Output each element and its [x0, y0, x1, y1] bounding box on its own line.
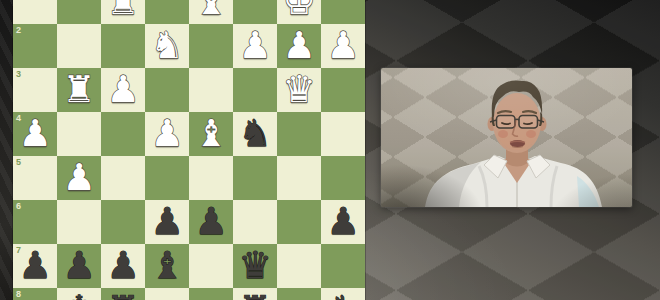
rank-label-7: 7: [16, 245, 21, 255]
rank-label-4: 4: [16, 113, 21, 123]
square-f3[interactable]: ♟: [101, 68, 145, 112]
square-c8[interactable]: ♜: [233, 288, 277, 300]
white-pawn[interactable]: ♟: [18, 112, 51, 156]
rank-label-6: 6: [16, 201, 21, 211]
square-c6[interactable]: [233, 200, 277, 244]
square-f2[interactable]: [101, 24, 145, 68]
square-e3[interactable]: [145, 68, 189, 112]
rank-label-5: 5: [16, 157, 21, 167]
square-f1[interactable]: ♜: [101, 0, 145, 24]
black-knight[interactable]: ♞: [238, 112, 271, 156]
white-bishop[interactable]: ♝: [194, 0, 227, 24]
square-b8[interactable]: [277, 288, 321, 300]
white-knight[interactable]: ♞: [150, 24, 183, 68]
square-b5[interactable]: [277, 156, 321, 200]
white-pawn[interactable]: ♟: [62, 156, 95, 200]
square-d8[interactable]: [189, 288, 233, 300]
square-g6[interactable]: [57, 200, 101, 244]
rank-label-2: 2: [16, 25, 21, 35]
square-a4[interactable]: [321, 112, 365, 156]
video-frame: 1♜♝♚2♞♟♟♟3♜♟♛4♟♟♝♞5♟6♟♟♟7♟♟♟♝♛8♚♜♜♞: [0, 0, 660, 300]
square-e4[interactable]: ♟: [145, 112, 189, 156]
white-pawn[interactable]: ♟: [106, 68, 139, 112]
black-queen[interactable]: ♛: [238, 244, 271, 288]
white-pawn[interactable]: ♟: [282, 24, 315, 68]
white-pawn[interactable]: ♟: [150, 112, 183, 156]
white-pawn[interactable]: ♟: [326, 24, 359, 68]
square-c2[interactable]: ♟: [233, 24, 277, 68]
square-a7[interactable]: [321, 244, 365, 288]
square-c5[interactable]: [233, 156, 277, 200]
white-rook[interactable]: ♜: [106, 0, 139, 24]
square-b1[interactable]: ♚: [277, 0, 321, 24]
square-f8[interactable]: ♜: [101, 288, 145, 300]
square-c1[interactable]: [233, 0, 277, 24]
square-a1[interactable]: [321, 0, 365, 24]
square-h4[interactable]: 4♟: [13, 112, 57, 156]
square-c7[interactable]: ♛: [233, 244, 277, 288]
square-g2[interactable]: [57, 24, 101, 68]
white-queen[interactable]: ♛: [282, 68, 315, 112]
square-h5[interactable]: 5: [13, 156, 57, 200]
square-a6[interactable]: ♟: [321, 200, 365, 244]
square-d5[interactable]: [189, 156, 233, 200]
square-f5[interactable]: [101, 156, 145, 200]
square-h7[interactable]: 7♟: [13, 244, 57, 288]
square-e1[interactable]: [145, 0, 189, 24]
rank-label-3: 3: [16, 69, 21, 79]
black-pawn[interactable]: ♟: [18, 244, 51, 288]
black-pawn[interactable]: ♟: [150, 200, 183, 244]
square-d4[interactable]: ♝: [189, 112, 233, 156]
square-d3[interactable]: [189, 68, 233, 112]
square-b7[interactable]: [277, 244, 321, 288]
square-a8[interactable]: ♞: [321, 288, 365, 300]
square-g5[interactable]: ♟: [57, 156, 101, 200]
square-a5[interactable]: [321, 156, 365, 200]
black-pawn[interactable]: ♟: [106, 244, 139, 288]
square-f4[interactable]: [101, 112, 145, 156]
black-pawn[interactable]: ♟: [62, 244, 95, 288]
square-e5[interactable]: [145, 156, 189, 200]
square-g4[interactable]: [57, 112, 101, 156]
square-e6[interactable]: ♟: [145, 200, 189, 244]
square-h8[interactable]: 8: [13, 288, 57, 300]
black-rook[interactable]: ♜: [238, 288, 271, 300]
white-pawn[interactable]: ♟: [238, 24, 271, 68]
square-f6[interactable]: [101, 200, 145, 244]
webcam-panel: [381, 68, 632, 207]
webcam-vignette: [381, 68, 632, 207]
square-a3[interactable]: [321, 68, 365, 112]
chess-board[interactable]: 1♜♝♚2♞♟♟♟3♜♟♛4♟♟♝♞5♟6♟♟♟7♟♟♟♝♛8♚♜♜♞: [13, 0, 365, 300]
square-a2[interactable]: ♟: [321, 24, 365, 68]
square-c3[interactable]: [233, 68, 277, 112]
rank-label-8: 8: [16, 289, 21, 299]
square-f7[interactable]: ♟: [101, 244, 145, 288]
black-bishop[interactable]: ♝: [150, 244, 183, 288]
black-pawn[interactable]: ♟: [194, 200, 227, 244]
black-pawn[interactable]: ♟: [326, 200, 359, 244]
square-b2[interactable]: ♟: [277, 24, 321, 68]
square-b6[interactable]: [277, 200, 321, 244]
square-d7[interactable]: [189, 244, 233, 288]
square-e2[interactable]: ♞: [145, 24, 189, 68]
square-c4[interactable]: ♞: [233, 112, 277, 156]
square-h2[interactable]: 2: [13, 24, 57, 68]
square-g7[interactable]: ♟: [57, 244, 101, 288]
square-b3[interactable]: ♛: [277, 68, 321, 112]
white-king[interactable]: ♚: [282, 0, 315, 24]
square-d6[interactable]: ♟: [189, 200, 233, 244]
square-e7[interactable]: ♝: [145, 244, 189, 288]
square-h1[interactable]: 1: [13, 0, 57, 24]
square-d1[interactable]: ♝: [189, 0, 233, 24]
square-h6[interactable]: 6: [13, 200, 57, 244]
square-h3[interactable]: 3: [13, 68, 57, 112]
square-g8[interactable]: ♚: [57, 288, 101, 300]
white-bishop[interactable]: ♝: [194, 112, 227, 156]
black-knight[interactable]: ♞: [326, 288, 359, 300]
square-e8[interactable]: [145, 288, 189, 300]
white-rook[interactable]: ♜: [62, 68, 95, 112]
square-g3[interactable]: ♜: [57, 68, 101, 112]
black-rook[interactable]: ♜: [106, 288, 139, 300]
square-d2[interactable]: [189, 24, 233, 68]
square-b4[interactable]: [277, 112, 321, 156]
square-g1[interactable]: [57, 0, 101, 24]
black-king[interactable]: ♚: [62, 288, 95, 300]
